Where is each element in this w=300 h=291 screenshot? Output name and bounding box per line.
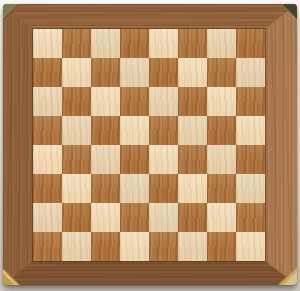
square-d5[interactable] (120, 116, 149, 145)
square-c1[interactable] (91, 232, 120, 261)
square-d7[interactable] (120, 58, 149, 87)
square-b4[interactable] (62, 145, 91, 174)
square-c4[interactable] (91, 145, 120, 174)
square-c5[interactable] (91, 116, 120, 145)
square-f2[interactable] (178, 203, 207, 232)
square-e2[interactable] (149, 203, 178, 232)
square-b6[interactable] (62, 87, 91, 116)
square-e4[interactable] (149, 145, 178, 174)
square-h7[interactable] (236, 58, 265, 87)
playing-area (33, 29, 265, 261)
square-c6[interactable] (91, 87, 120, 116)
square-a7[interactable] (33, 58, 62, 87)
square-h4[interactable] (236, 145, 265, 174)
photo-background (0, 0, 300, 291)
square-b3[interactable] (62, 174, 91, 203)
chess-board (3, 4, 297, 285)
square-a4[interactable] (33, 145, 62, 174)
square-g3[interactable] (207, 174, 236, 203)
square-g5[interactable] (207, 116, 236, 145)
square-c2[interactable] (91, 203, 120, 232)
square-f8[interactable] (178, 29, 207, 58)
square-b5[interactable] (62, 116, 91, 145)
square-h6[interactable] (236, 87, 265, 116)
square-e3[interactable] (149, 174, 178, 203)
square-a6[interactable] (33, 87, 62, 116)
square-f5[interactable] (178, 116, 207, 145)
square-c3[interactable] (91, 174, 120, 203)
square-c8[interactable] (91, 29, 120, 58)
square-f3[interactable] (178, 174, 207, 203)
square-b7[interactable] (62, 58, 91, 87)
square-h1[interactable] (236, 232, 265, 261)
square-d4[interactable] (120, 145, 149, 174)
square-g4[interactable] (207, 145, 236, 174)
square-h8[interactable] (236, 29, 265, 58)
square-g1[interactable] (207, 232, 236, 261)
square-a5[interactable] (33, 116, 62, 145)
square-b2[interactable] (62, 203, 91, 232)
square-d2[interactable] (120, 203, 149, 232)
square-d8[interactable] (120, 29, 149, 58)
square-e8[interactable] (149, 29, 178, 58)
square-h2[interactable] (236, 203, 265, 232)
square-e6[interactable] (149, 87, 178, 116)
square-f6[interactable] (178, 87, 207, 116)
square-b8[interactable] (62, 29, 91, 58)
square-h5[interactable] (236, 116, 265, 145)
square-b1[interactable] (62, 232, 91, 261)
square-f4[interactable] (178, 145, 207, 174)
square-e1[interactable] (149, 232, 178, 261)
square-h3[interactable] (236, 174, 265, 203)
square-a1[interactable] (33, 232, 62, 261)
square-c7[interactable] (91, 58, 120, 87)
square-d6[interactable] (120, 87, 149, 116)
square-g2[interactable] (207, 203, 236, 232)
square-a3[interactable] (33, 174, 62, 203)
square-g8[interactable] (207, 29, 236, 58)
square-e5[interactable] (149, 116, 178, 145)
square-e7[interactable] (149, 58, 178, 87)
square-f7[interactable] (178, 58, 207, 87)
square-g7[interactable] (207, 58, 236, 87)
square-a2[interactable] (33, 203, 62, 232)
square-a8[interactable] (33, 29, 62, 58)
square-d1[interactable] (120, 232, 149, 261)
square-f1[interactable] (178, 232, 207, 261)
square-g6[interactable] (207, 87, 236, 116)
square-d3[interactable] (120, 174, 149, 203)
